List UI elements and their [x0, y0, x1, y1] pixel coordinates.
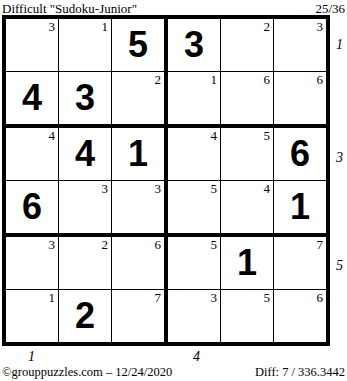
- corner-mark: 6: [264, 73, 271, 87]
- cell-r1c5[interactable]: 2: [221, 19, 274, 72]
- cell-r3c2: 4: [59, 128, 112, 181]
- cell-r5c2[interactable]: 2: [59, 237, 112, 290]
- cell-r3c4[interactable]: 4: [168, 128, 221, 181]
- cell-r5c3[interactable]: 6: [112, 237, 168, 290]
- corner-mark: 7: [317, 238, 324, 252]
- cell-r6c6[interactable]: 6: [274, 290, 326, 342]
- cell-r6c5[interactable]: 5: [221, 290, 274, 342]
- cell-r3c1[interactable]: 4: [6, 128, 59, 181]
- corner-mark: 6: [317, 73, 324, 87]
- corner-mark: 4: [49, 129, 56, 143]
- cell-r4c1: 6: [6, 181, 59, 237]
- cell-r4c2[interactable]: 3: [59, 181, 112, 237]
- cell-r2c6[interactable]: 6: [274, 72, 326, 128]
- corner-mark: 5: [264, 129, 271, 143]
- cell-r1c2[interactable]: 1: [59, 19, 112, 72]
- corner-mark: 1: [49, 291, 56, 305]
- given-digit: 5: [128, 27, 148, 63]
- corner-mark: 6: [317, 291, 324, 305]
- cell-r5c4[interactable]: 5: [168, 237, 221, 290]
- corner-mark: 5: [211, 238, 218, 252]
- cell-r4c5[interactable]: 4: [221, 181, 274, 237]
- corner-mark: 3: [211, 291, 218, 305]
- cell-r3c6: 6: [274, 128, 326, 181]
- row-label-1: 1: [336, 37, 343, 53]
- cell-r1c4: 3: [168, 19, 221, 72]
- corner-mark: 4: [211, 129, 218, 143]
- corner-mark: 2: [264, 20, 271, 34]
- given-digit: 2: [75, 298, 95, 334]
- cell-r1c1[interactable]: 3: [6, 19, 59, 72]
- cell-r6c1[interactable]: 1: [6, 290, 59, 342]
- given-digit: 4: [75, 136, 95, 172]
- given-digit: 1: [290, 189, 310, 225]
- cell-r5c5: 1: [221, 237, 274, 290]
- corner-mark: 3: [49, 238, 56, 252]
- corner-mark: 3: [102, 182, 109, 196]
- cell-r6c2: 2: [59, 290, 112, 342]
- cell-r2c4[interactable]: 1: [168, 72, 221, 128]
- corner-mark: 2: [102, 238, 109, 252]
- cell-r2c1: 4: [6, 72, 59, 128]
- difficulty-text: Diff: 7 / 336.3442: [255, 365, 345, 380]
- row-label-5: 5: [336, 258, 343, 274]
- corner-mark: 3: [49, 20, 56, 34]
- col-label-4: 4: [193, 349, 200, 365]
- cell-r4c4[interactable]: 5: [168, 181, 221, 237]
- cell-r2c2: 3: [59, 72, 112, 128]
- corner-mark: 1: [102, 20, 109, 34]
- given-digit: 1: [128, 136, 148, 172]
- cell-r5c6[interactable]: 7: [274, 237, 326, 290]
- cell-r2c5[interactable]: 6: [221, 72, 274, 128]
- given-digit: 4: [22, 80, 42, 116]
- row-label-3: 3: [336, 150, 343, 166]
- cell-r6c3[interactable]: 7: [112, 290, 168, 342]
- cell-r4c6: 1: [274, 181, 326, 237]
- puzzle-page: Difficult "Sudoku-Junior" 25/36 31532343…: [0, 0, 347, 381]
- sudoku-board: 315323432166441456633541326517127356: [2, 15, 330, 346]
- corner-mark: 5: [211, 182, 218, 196]
- given-digit: 3: [75, 80, 95, 116]
- corner-mark: 3: [155, 182, 162, 196]
- cell-r1c6[interactable]: 3: [274, 19, 326, 72]
- given-digit: 6: [22, 189, 42, 225]
- corner-mark: 2: [155, 73, 162, 87]
- cell-r4c3[interactable]: 3: [112, 181, 168, 237]
- corner-mark: 6: [155, 238, 162, 252]
- cell-r1c3: 5: [112, 19, 168, 72]
- cell-r6c4[interactable]: 3: [168, 290, 221, 342]
- corner-mark: 4: [264, 182, 271, 196]
- corner-mark: 5: [264, 291, 271, 305]
- given-digit: 6: [290, 136, 310, 172]
- cell-r5c1[interactable]: 3: [6, 237, 59, 290]
- corner-mark: 3: [317, 20, 324, 34]
- given-digit: 3: [184, 27, 204, 63]
- cell-r2c3[interactable]: 2: [112, 72, 168, 128]
- col-label-1: 1: [28, 349, 35, 365]
- copyright-text: ©grouppuzzles.com – 12/24/2020: [2, 365, 172, 380]
- corner-mark: 7: [155, 291, 162, 305]
- cell-r3c3: 1: [112, 128, 168, 181]
- cell-r3c5[interactable]: 5: [221, 128, 274, 181]
- given-digit: 1: [237, 245, 257, 281]
- corner-mark: 1: [211, 73, 218, 87]
